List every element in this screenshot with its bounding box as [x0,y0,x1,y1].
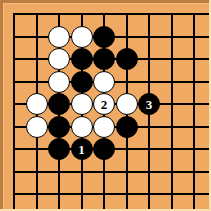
intersection [183,3,206,26]
intersection [25,48,48,71]
intersection [183,25,206,48]
intersection [160,160,183,183]
intersection [138,48,161,71]
intersection [25,93,48,116]
black-stone-move-3: 3 [138,93,160,115]
intersection: 1 [70,138,93,161]
intersection [183,183,206,206]
intersection [3,115,26,138]
intersection [183,160,206,183]
black-stone [48,93,70,115]
black-stone [48,116,70,138]
intersection [93,70,116,93]
intersection [70,115,93,138]
intersection [115,3,138,26]
intersection [48,25,71,48]
intersection [160,3,183,26]
intersection: 2 [93,93,116,116]
intersection [70,93,93,116]
intersection [160,25,183,48]
intersection [25,25,48,48]
intersection [160,115,183,138]
intersection [48,138,71,161]
go-board: 231 [0,0,211,211]
intersection [25,160,48,183]
intersection [70,25,93,48]
intersection [115,183,138,206]
white-stone [48,71,70,93]
intersection [48,115,71,138]
intersection: 3 [138,93,161,116]
intersection [93,25,116,48]
intersection [138,183,161,206]
black-stone [71,48,93,70]
intersection [93,115,116,138]
intersection [3,138,26,161]
intersection [160,70,183,93]
white-stone [93,116,115,138]
intersection [93,3,116,26]
board-frame-left-highlight [3,4,4,211]
intersection [70,3,93,26]
black-stone [93,138,115,160]
intersection [48,3,71,26]
white-stone [116,93,138,115]
intersection [138,138,161,161]
white-stone [71,93,93,115]
intersection [48,70,71,93]
white-stone [48,48,70,70]
intersection [3,25,26,48]
white-stone [71,26,93,48]
intersection [3,70,26,93]
black-stone [48,138,70,160]
board-frame-top-highlight [3,3,211,4]
white-stone [26,116,48,138]
intersection [93,183,116,206]
intersection [93,138,116,161]
intersection [25,70,48,93]
black-stone [116,48,138,70]
intersection [138,115,161,138]
intersection [183,48,206,71]
intersection [115,115,138,138]
intersection [115,93,138,116]
intersection [70,160,93,183]
intersection [25,3,48,26]
intersection [183,115,206,138]
intersection [115,138,138,161]
intersection [160,48,183,71]
white-stone [93,71,115,93]
intersection-grid: 231 [3,3,206,206]
intersection [3,3,26,26]
intersection [70,183,93,206]
black-stone [71,71,93,93]
intersection [48,93,71,116]
intersection [48,183,71,206]
intersection [160,138,183,161]
intersection [93,160,116,183]
intersection [3,160,26,183]
intersection [160,183,183,206]
intersection [3,93,26,116]
intersection [25,138,48,161]
black-stone [93,26,115,48]
white-stone [48,26,70,48]
intersection [138,70,161,93]
intersection [138,160,161,183]
black-stone-move-1: 1 [71,138,93,160]
white-stone-move-2: 2 [93,93,115,115]
intersection [138,3,161,26]
board-frame-bottom [0,209,211,211]
intersection [160,93,183,116]
intersection [183,138,206,161]
intersection [70,70,93,93]
intersection [25,183,48,206]
intersection [183,93,206,116]
intersection [3,183,26,206]
intersection [138,25,161,48]
white-stone [26,93,48,115]
intersection [93,48,116,71]
black-stone [93,48,115,70]
intersection [3,48,26,71]
intersection [70,48,93,71]
black-stone [116,116,138,138]
intersection [115,25,138,48]
white-stone [71,116,93,138]
intersection [48,160,71,183]
intersection [115,160,138,183]
intersection [115,70,138,93]
board-frame-right [209,0,211,211]
intersection [48,48,71,71]
intersection [115,48,138,71]
intersection [183,70,206,93]
intersection [25,115,48,138]
